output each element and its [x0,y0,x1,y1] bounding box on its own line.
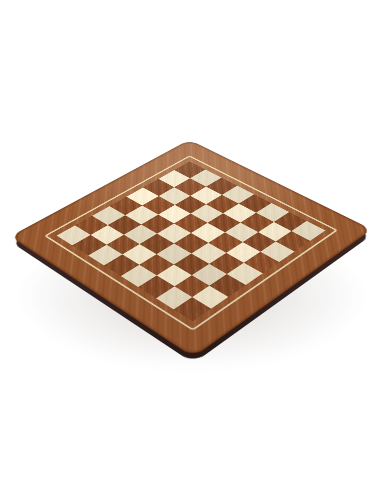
square[interactable] [174,233,208,253]
square[interactable] [192,286,228,309]
square[interactable] [122,244,156,265]
square[interactable] [174,297,211,321]
square[interactable] [226,242,260,263]
square[interactable] [106,234,140,254]
square[interactable] [191,243,225,264]
square[interactable] [157,243,191,264]
product-photo [0,0,381,492]
square[interactable] [88,245,122,266]
square[interactable] [242,232,276,252]
square[interactable] [192,264,227,286]
square[interactable] [104,255,139,276]
square[interactable] [140,234,174,254]
square[interactable] [72,235,106,255]
square[interactable] [276,231,310,251]
square[interactable] [139,254,174,275]
square[interactable] [209,253,244,274]
square[interactable] [156,286,192,309]
square[interactable] [174,275,210,298]
square[interactable] [121,265,156,287]
square[interactable] [138,275,174,298]
chess-board [10,140,372,357]
square[interactable] [208,232,242,252]
square[interactable] [210,274,246,297]
square[interactable] [227,263,262,285]
stage [0,0,381,492]
square[interactable] [156,264,191,286]
square[interactable] [260,241,294,262]
square[interactable] [244,252,279,273]
square[interactable] [174,253,209,274]
